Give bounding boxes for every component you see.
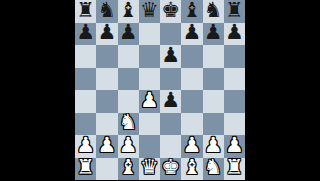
white-pawn-g2: ♟ (204, 135, 223, 156)
square-c6[interactable] (118, 45, 139, 68)
square-f7[interactable]: ♟ (181, 23, 202, 46)
square-f5[interactable] (181, 68, 202, 91)
square-e7[interactable] (160, 23, 181, 46)
square-a4[interactable] (75, 90, 96, 113)
square-f6[interactable] (181, 45, 202, 68)
square-h8[interactable]: ♜ (224, 0, 245, 23)
square-d7[interactable] (139, 23, 160, 46)
black-rook-a8: ♜ (76, 0, 95, 21)
square-f1[interactable]: ♝ (181, 158, 202, 181)
square-a3[interactable] (75, 113, 96, 136)
white-king-e1: ♚ (161, 158, 180, 179)
square-g8[interactable]: ♞ (203, 0, 224, 23)
black-pawn-e4: ♟ (161, 90, 180, 111)
square-b7[interactable]: ♟ (96, 23, 117, 46)
square-a2[interactable]: ♟ (75, 135, 96, 158)
black-pawn-f7: ♟ (182, 23, 201, 44)
letterbox-left (0, 0, 75, 180)
square-h7[interactable]: ♟ (224, 23, 245, 46)
square-g3[interactable] (203, 113, 224, 136)
white-rook-h1: ♜ (225, 158, 244, 179)
black-pawn-a7: ♟ (76, 23, 95, 44)
square-c8[interactable]: ♝ (118, 0, 139, 23)
square-g2[interactable]: ♟ (203, 135, 224, 158)
white-knight-g1: ♞ (204, 158, 223, 179)
square-f4[interactable] (181, 90, 202, 113)
square-e1[interactable]: ♚ (160, 158, 181, 181)
black-pawn-e6: ♟ (161, 45, 180, 66)
white-pawn-h2: ♟ (225, 135, 244, 156)
black-knight-b8: ♞ (97, 0, 116, 21)
square-g5[interactable] (203, 68, 224, 91)
square-c3[interactable]: ♞ (118, 113, 139, 136)
black-king-e8: ♚ (161, 0, 180, 21)
square-d4[interactable]: ♟ (139, 90, 160, 113)
square-a5[interactable] (75, 68, 96, 91)
square-d2[interactable] (139, 135, 160, 158)
white-rook-a1: ♜ (76, 158, 95, 179)
square-h4[interactable] (224, 90, 245, 113)
letterbox-right (245, 0, 320, 180)
black-bishop-c8: ♝ (119, 0, 138, 21)
black-queen-d8: ♛ (140, 0, 159, 21)
square-b4[interactable] (96, 90, 117, 113)
chess-thumbnail: ♜♞♝♛♚♝♞♜♟♟♟♟♟♟♟♟♟♞♟♟♟♟♟♟♜♝♛♚♝♞♜ (0, 0, 320, 180)
black-pawn-g7: ♟ (204, 23, 223, 44)
chess-board: ♜♞♝♛♚♝♞♜♟♟♟♟♟♟♟♟♟♞♟♟♟♟♟♟♜♝♛♚♝♞♜ (75, 0, 245, 180)
square-g7[interactable]: ♟ (203, 23, 224, 46)
square-b8[interactable]: ♞ (96, 0, 117, 23)
black-knight-g8: ♞ (204, 0, 223, 21)
square-d3[interactable] (139, 113, 160, 136)
square-f8[interactable]: ♝ (181, 0, 202, 23)
white-pawn-b2: ♟ (97, 135, 116, 156)
square-b3[interactable] (96, 113, 117, 136)
square-e4[interactable]: ♟ (160, 90, 181, 113)
square-c7[interactable]: ♟ (118, 23, 139, 46)
square-b5[interactable] (96, 68, 117, 91)
square-h3[interactable] (224, 113, 245, 136)
square-e8[interactable]: ♚ (160, 0, 181, 23)
square-b2[interactable]: ♟ (96, 135, 117, 158)
square-g1[interactable]: ♞ (203, 158, 224, 181)
square-d5[interactable] (139, 68, 160, 91)
square-d6[interactable] (139, 45, 160, 68)
white-pawn-d4: ♟ (140, 90, 159, 111)
square-a1[interactable]: ♜ (75, 158, 96, 181)
black-pawn-c7: ♟ (119, 23, 138, 44)
square-h1[interactable]: ♜ (224, 158, 245, 181)
square-d8[interactable]: ♛ (139, 0, 160, 23)
square-h2[interactable]: ♟ (224, 135, 245, 158)
square-b6[interactable] (96, 45, 117, 68)
square-h5[interactable] (224, 68, 245, 91)
square-c2[interactable]: ♟ (118, 135, 139, 158)
square-c4[interactable] (118, 90, 139, 113)
white-pawn-f2: ♟ (182, 135, 201, 156)
white-queen-d1: ♛ (140, 158, 159, 179)
square-g6[interactable] (203, 45, 224, 68)
square-f3[interactable] (181, 113, 202, 136)
square-f2[interactable]: ♟ (181, 135, 202, 158)
black-pawn-h7: ♟ (225, 23, 244, 44)
white-knight-c3: ♞ (119, 113, 138, 134)
square-e6[interactable]: ♟ (160, 45, 181, 68)
black-rook-h8: ♜ (225, 0, 244, 21)
white-bishop-f1: ♝ (182, 158, 201, 179)
black-pawn-b7: ♟ (97, 23, 116, 44)
square-d1[interactable]: ♛ (139, 158, 160, 181)
square-c1[interactable]: ♝ (118, 158, 139, 181)
white-pawn-c2: ♟ (119, 135, 138, 156)
black-bishop-f8: ♝ (182, 0, 201, 21)
square-a8[interactable]: ♜ (75, 0, 96, 23)
white-pawn-a2: ♟ (76, 135, 95, 156)
square-e3[interactable] (160, 113, 181, 136)
white-bishop-c1: ♝ (119, 158, 138, 179)
square-g4[interactable] (203, 90, 224, 113)
square-b1[interactable] (96, 158, 117, 181)
square-a6[interactable] (75, 45, 96, 68)
square-e2[interactable] (160, 135, 181, 158)
square-c5[interactable] (118, 68, 139, 91)
square-a7[interactable]: ♟ (75, 23, 96, 46)
square-e5[interactable] (160, 68, 181, 91)
square-h6[interactable] (224, 45, 245, 68)
